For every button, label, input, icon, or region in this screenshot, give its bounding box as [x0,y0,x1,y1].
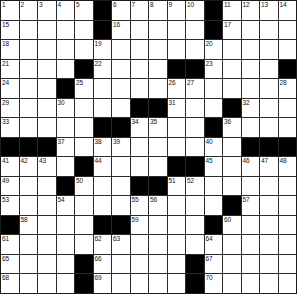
cell-r10c10[interactable]: 51 [168,177,186,196]
cell-r1c10[interactable]: 9 [168,1,186,20]
block-cell-r12c6 [94,216,112,235]
cell-r15c2[interactable] [20,274,38,293]
cell-r8c6[interactable]: 38 [94,138,112,157]
clue-number-32: 32 [243,99,250,107]
cell-r13c13[interactable] [223,235,241,254]
clue-number-63: 63 [113,235,120,243]
cell-r5c11[interactable]: 27 [186,79,204,98]
clue-number-34: 34 [132,118,139,126]
block-cell-r14c5 [75,255,93,274]
clue-number-49: 49 [2,177,9,185]
cell-r11c14[interactable]: 57 [242,196,260,215]
cell-r5c9[interactable] [149,79,167,98]
cell-r13c10[interactable] [168,235,186,254]
cell-r1c7[interactable]: 6 [112,1,130,20]
cell-r5c15[interactable] [260,79,278,98]
cell-r5c12[interactable] [205,79,223,98]
clue-number-25: 25 [76,79,83,87]
cell-r13c7[interactable]: 63 [112,235,130,254]
clue-number-66: 66 [95,255,102,263]
cell-r10c16[interactable] [279,177,297,196]
cell-r2c2[interactable] [20,21,38,40]
cell-r6c12[interactable] [205,99,223,118]
cell-r4c9[interactable] [149,60,167,79]
block-cell-r1c12 [205,1,223,20]
cell-r7c3[interactable] [38,118,56,137]
cell-r9c9[interactable] [149,157,167,176]
cell-r8c13[interactable] [223,138,241,157]
clue-number-30: 30 [58,99,65,107]
cell-r1c3[interactable]: 3 [38,1,56,20]
cell-r5c13[interactable] [223,79,241,98]
clue-number-29: 29 [2,99,9,107]
cell-r14c8[interactable] [131,255,149,274]
clue-number-17: 17 [224,21,231,29]
clue-number-56: 56 [150,196,157,204]
cell-r1c16[interactable]: 14 [279,1,297,20]
cell-r6c15[interactable] [260,99,278,118]
clue-number-16: 16 [113,21,120,29]
block-cell-r6c9 [149,99,167,118]
cell-r14c3[interactable] [38,255,56,274]
cell-r12c4[interactable] [57,216,75,235]
cell-r10c5[interactable]: 50 [75,177,93,196]
cell-r10c3[interactable] [38,177,56,196]
cell-r2c14[interactable] [242,21,260,40]
clue-number-64: 64 [206,235,213,243]
cell-r11c7[interactable] [112,196,130,215]
cell-r13c5[interactable] [75,235,93,254]
clue-number-1: 1 [2,1,5,9]
cell-r3c2[interactable] [20,40,38,59]
clue-number-37: 37 [58,138,65,146]
cell-r15c6[interactable]: 69 [94,274,112,293]
clue-number-27: 27 [187,79,194,87]
cell-r9c2[interactable]: 42 [20,157,38,176]
clue-number-51: 51 [169,177,176,185]
cell-r5c2[interactable] [20,79,38,98]
cell-r6c3[interactable] [38,99,56,118]
block-cell-r8c2 [20,138,38,157]
cell-r8c7[interactable]: 39 [112,138,130,157]
cell-r13c9[interactable] [149,235,167,254]
clue-number-15: 15 [2,21,9,29]
clue-number-41: 41 [2,157,9,165]
cell-r10c13[interactable] [223,177,241,196]
cell-r12c2[interactable]: 58 [20,216,38,235]
cell-r5c16[interactable]: 28 [279,79,297,98]
cell-r15c3[interactable] [38,274,56,293]
clue-number-26: 26 [169,79,176,87]
clue-number-59: 59 [132,216,139,224]
block-cell-r15c11 [186,274,204,293]
clue-number-42: 42 [21,157,28,165]
cell-r3c13[interactable] [223,40,241,59]
clue-number-35: 35 [150,118,157,126]
cell-r3c7[interactable] [112,40,130,59]
cell-r3c5[interactable] [75,40,93,59]
block-cell-r14c11 [186,255,204,274]
cell-r12c13[interactable]: 60 [223,216,241,235]
cell-r11c15[interactable] [260,196,278,215]
cell-r14c13[interactable] [223,255,241,274]
cell-r6c5[interactable] [75,99,93,118]
cell-r13c1[interactable]: 61 [1,235,19,254]
clue-number-9: 9 [169,1,172,9]
cell-r9c6[interactable]: 44 [94,157,112,176]
clue-number-60: 60 [224,216,231,224]
cell-r13c4[interactable] [57,235,75,254]
cell-r8c11[interactable] [186,138,204,157]
cell-r14c9[interactable] [149,255,167,274]
cell-r1c2[interactable]: 2 [20,1,38,20]
clue-number-22: 22 [95,60,102,68]
cell-r2c4[interactable] [57,21,75,40]
cell-r15c12[interactable]: 70 [205,274,223,293]
clue-number-6: 6 [113,1,116,9]
cell-r7c14[interactable] [242,118,260,137]
cell-r11c12[interactable] [205,196,223,215]
block-cell-r12c7 [112,216,130,235]
cell-r10c11[interactable]: 52 [186,177,204,196]
cell-r7c11[interactable] [186,118,204,137]
cell-r7c2[interactable] [20,118,38,137]
cell-r9c4[interactable] [57,157,75,176]
cell-r14c12[interactable]: 67 [205,255,223,274]
cell-r3c11[interactable] [186,40,204,59]
block-cell-r8c16 [279,138,297,157]
cell-r8c4[interactable]: 37 [57,138,75,157]
cell-r14c4[interactable] [57,255,75,274]
cell-r1c11[interactable]: 10 [186,1,204,20]
cell-r4c4[interactable] [57,60,75,79]
cell-r11c1[interactable]: 53 [1,196,19,215]
cell-r11c10[interactable] [168,196,186,215]
cell-r13c2[interactable] [20,235,38,254]
clue-number-23: 23 [206,60,213,68]
cell-r7c16[interactable] [279,118,297,137]
cell-r14c2[interactable] [20,255,38,274]
cell-r7c10[interactable] [168,118,186,137]
block-cell-r4c11 [186,60,204,79]
block-cell-r8c15 [260,138,278,157]
cell-r9c3[interactable]: 43 [38,157,56,176]
clue-number-2: 2 [21,1,24,9]
cell-r11c16[interactable] [279,196,297,215]
cell-r11c8[interactable]: 55 [131,196,149,215]
cell-r1c1[interactable]: 1 [1,1,19,20]
clue-number-24: 24 [2,79,9,87]
cell-r6c4[interactable]: 30 [57,99,75,118]
cell-r13c14[interactable] [242,235,260,254]
block-cell-r10c4 [57,177,75,196]
cell-r11c5[interactable] [75,196,93,215]
cell-r2c10[interactable] [168,21,186,40]
cell-r3c6[interactable]: 19 [94,40,112,59]
cell-r3c15[interactable] [260,40,278,59]
cell-r14c10[interactable] [168,255,186,274]
cell-r4c8[interactable] [131,60,149,79]
cell-r7c9[interactable]: 35 [149,118,167,137]
block-cell-r5c4 [57,79,75,98]
cell-r11c3[interactable] [38,196,56,215]
cell-r2c8[interactable] [131,21,149,40]
cell-r1c15[interactable]: 13 [260,1,278,20]
cell-r5c7[interactable] [112,79,130,98]
cell-r11c4[interactable]: 54 [57,196,75,215]
cell-r6c6[interactable] [94,99,112,118]
cell-r13c11[interactable] [186,235,204,254]
cell-r1c13[interactable]: 11 [223,1,241,20]
block-cell-r12c12 [205,216,223,235]
clue-number-65: 65 [2,255,9,263]
cell-r5c8[interactable] [131,79,149,98]
cell-r13c12[interactable]: 64 [205,235,223,254]
cell-r15c13[interactable] [223,274,241,293]
cell-r5c6[interactable] [94,79,112,98]
clue-number-5: 5 [76,1,79,9]
cell-r8c10[interactable] [168,138,186,157]
cell-r3c9[interactable] [149,40,167,59]
block-cell-r4c16 [279,60,297,79]
clue-number-7: 7 [132,1,135,9]
cell-r15c4[interactable] [57,274,75,293]
cell-r13c6[interactable]: 62 [94,235,112,254]
cell-r7c1[interactable]: 33 [1,118,19,137]
cell-r4c2[interactable] [20,60,38,79]
cell-r15c7[interactable] [112,274,130,293]
cell-r12c5[interactable] [75,216,93,235]
cell-r7c15[interactable] [260,118,278,137]
cell-r3c12[interactable]: 20 [205,40,223,59]
cell-r5c14[interactable] [242,79,260,98]
clue-number-38: 38 [95,138,102,146]
cell-r3c3[interactable] [38,40,56,59]
block-cell-r9c11 [186,157,204,176]
cell-r5c10[interactable]: 26 [168,79,186,98]
clue-number-62: 62 [95,235,102,243]
cell-r2c11[interactable] [186,21,204,40]
cell-r5c3[interactable] [38,79,56,98]
clue-number-20: 20 [206,40,213,48]
cell-r4c1[interactable]: 21 [1,60,19,79]
cell-r3c16[interactable] [279,40,297,59]
clue-number-14: 14 [280,1,287,9]
block-cell-r11c13 [223,196,241,215]
cell-r9c8[interactable] [131,157,149,176]
cell-r4c12[interactable]: 23 [205,60,223,79]
clue-number-52: 52 [187,177,194,185]
cell-r12c9[interactable] [149,216,167,235]
cell-r2c16[interactable] [279,21,297,40]
block-cell-r8c14 [242,138,260,157]
cell-r6c2[interactable] [20,99,38,118]
cell-r14c7[interactable] [112,255,130,274]
clue-number-43: 43 [39,157,46,165]
cell-r7c4[interactable] [57,118,75,137]
cell-r12c3[interactable] [38,216,56,235]
cell-r2c7[interactable]: 16 [112,21,130,40]
block-cell-r7c7 [112,118,130,137]
cell-r10c1[interactable]: 49 [1,177,19,196]
cell-r15c1[interactable]: 68 [1,274,19,293]
clue-number-8: 8 [150,1,153,9]
clue-number-58: 58 [21,216,28,224]
cell-r9c1[interactable]: 41 [1,157,19,176]
clue-number-31: 31 [169,99,176,107]
cell-r10c7[interactable] [112,177,130,196]
cell-r14c14[interactable] [242,255,260,274]
cell-r9c14[interactable]: 46 [242,157,260,176]
cell-r4c15[interactable] [260,60,278,79]
clue-number-18: 18 [2,40,9,48]
cell-r3c1[interactable]: 18 [1,40,19,59]
cell-r14c15[interactable] [260,255,278,274]
cell-r8c12[interactable]: 40 [205,138,223,157]
cell-r12c15[interactable] [260,216,278,235]
clue-number-19: 19 [95,40,102,48]
cell-r8c9[interactable] [149,138,167,157]
cell-r9c15[interactable]: 47 [260,157,278,176]
clue-number-67: 67 [206,255,213,263]
cell-r1c14[interactable]: 12 [242,1,260,20]
clue-number-48: 48 [280,157,287,165]
clue-number-11: 11 [224,1,230,9]
cell-r6c10[interactable]: 31 [168,99,186,118]
cell-r15c16[interactable] [279,274,297,293]
cell-r14c16[interactable] [279,255,297,274]
block-cell-r2c12 [205,21,223,40]
cell-r1c5[interactable]: 5 [75,1,93,20]
cell-r8c5[interactable] [75,138,93,157]
cell-r6c1[interactable]: 29 [1,99,19,118]
clue-number-55: 55 [132,196,139,204]
cell-r2c9[interactable] [149,21,167,40]
cell-r11c11[interactable] [186,196,204,215]
cell-r15c14[interactable] [242,274,260,293]
cell-r5c1[interactable]: 24 [1,79,19,98]
cell-r6c7[interactable] [112,99,130,118]
cell-r1c8[interactable]: 7 [131,1,149,20]
cell-r15c8[interactable] [131,274,149,293]
cell-r1c9[interactable]: 8 [149,1,167,20]
cell-r8c8[interactable] [131,138,149,157]
block-cell-r8c3 [38,138,56,157]
cell-r10c14[interactable] [242,177,260,196]
clue-number-68: 68 [2,274,9,282]
clue-number-13: 13 [261,1,268,9]
cell-r2c5[interactable] [75,21,93,40]
clue-number-47: 47 [261,157,268,165]
cell-r13c3[interactable] [38,235,56,254]
clue-number-44: 44 [95,157,102,165]
cell-r11c2[interactable] [20,196,38,215]
cell-r4c13[interactable] [223,60,241,79]
block-cell-r7c12 [205,118,223,137]
cell-r13c16[interactable] [279,235,297,254]
cell-r10c12[interactable] [205,177,223,196]
cell-r2c1[interactable]: 15 [1,21,19,40]
cell-r13c15[interactable] [260,235,278,254]
cell-r14c1[interactable]: 65 [1,255,19,274]
clue-number-61: 61 [2,235,9,243]
cell-r2c3[interactable] [38,21,56,40]
cell-r13c8[interactable] [131,235,149,254]
block-cell-r9c10 [168,157,186,176]
cell-r2c15[interactable] [260,21,278,40]
cell-r12c16[interactable] [279,216,297,235]
clue-number-3: 3 [39,1,42,9]
cell-r15c15[interactable] [260,274,278,293]
cell-r10c15[interactable] [260,177,278,196]
cell-r4c14[interactable] [242,60,260,79]
block-cell-r7c6 [94,118,112,137]
cell-r7c5[interactable] [75,118,93,137]
cell-r12c10[interactable] [168,216,186,235]
cell-r2c13[interactable]: 17 [223,21,241,40]
clue-number-50: 50 [76,177,83,185]
cell-r15c10[interactable] [168,274,186,293]
cell-r4c6[interactable]: 22 [94,60,112,79]
clue-number-53: 53 [2,196,9,204]
cell-r7c13[interactable]: 36 [223,118,241,137]
cell-r11c6[interactable] [94,196,112,215]
block-cell-r8c1 [1,138,19,157]
clue-number-39: 39 [113,138,120,146]
cell-r3c10[interactable] [168,40,186,59]
clue-number-21: 21 [2,60,9,68]
block-cell-r6c8 [131,99,149,118]
clue-number-28: 28 [280,79,287,87]
cell-r5c5[interactable]: 25 [75,79,93,98]
cell-r6c14[interactable]: 32 [242,99,260,118]
cell-r12c11[interactable] [186,216,204,235]
block-cell-r4c10 [168,60,186,79]
cell-r14c6[interactable]: 66 [94,255,112,274]
cell-r6c16[interactable] [279,99,297,118]
cell-r9c16[interactable]: 48 [279,157,297,176]
cell-r9c12[interactable]: 45 [205,157,223,176]
cell-r4c3[interactable] [38,60,56,79]
block-cell-r9c5 [75,157,93,176]
cell-r12c8[interactable]: 59 [131,216,149,235]
cell-r7c8[interactable]: 34 [131,118,149,137]
clue-number-10: 10 [187,1,194,9]
clue-number-70: 70 [206,274,213,282]
block-cell-r1c6 [94,1,112,20]
clue-number-36: 36 [224,118,231,126]
clue-number-45: 45 [206,157,213,165]
block-cell-r6c13 [223,99,241,118]
cell-r6c11[interactable] [186,99,204,118]
cell-r3c4[interactable] [57,40,75,59]
clue-number-54: 54 [58,196,65,204]
cell-r11c9[interactable]: 56 [149,196,167,215]
cell-r1c4[interactable]: 4 [57,1,75,20]
cell-r15c9[interactable] [149,274,167,293]
clue-number-12: 12 [243,1,250,9]
cell-r9c7[interactable] [112,157,130,176]
cell-r3c14[interactable] [242,40,260,59]
cell-r9c13[interactable] [223,157,241,176]
cell-r12c14[interactable] [242,216,260,235]
cell-r3c8[interactable] [131,40,149,59]
block-cell-r10c9 [149,177,167,196]
cell-r10c2[interactable] [20,177,38,196]
cell-r10c6[interactable] [94,177,112,196]
block-cell-r15c5 [75,274,93,293]
cell-r4c7[interactable] [112,60,130,79]
